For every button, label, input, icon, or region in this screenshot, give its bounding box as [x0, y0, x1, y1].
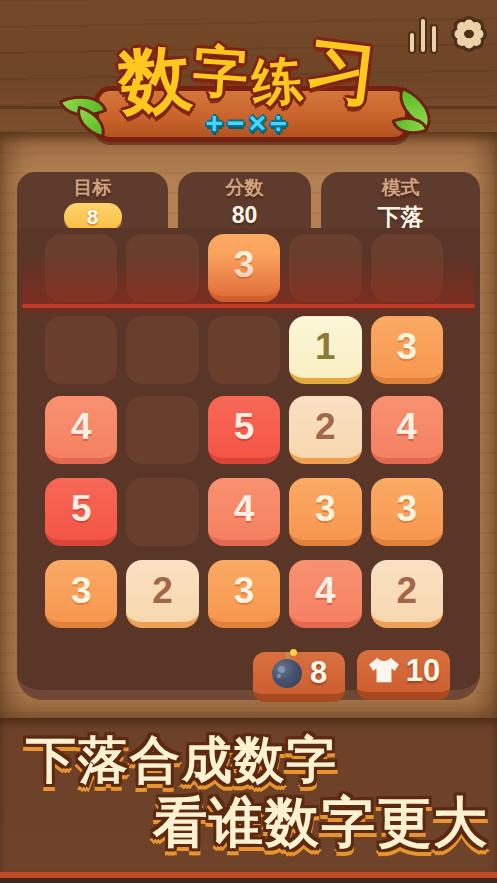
tile-4[interactable]: 4: [289, 560, 361, 628]
tile-3[interactable]: 3: [208, 234, 280, 302]
shirt-count: 10: [406, 653, 440, 689]
game-screen: 数 字 练 习 +−×÷ 目标 8 分数 80 模式 下落 3134524543…: [0, 0, 497, 883]
empty-cell: [371, 234, 443, 302]
tile-2[interactable]: 2: [126, 560, 198, 628]
empty-cell: [126, 478, 198, 546]
logo-text: 数 字 练 习: [110, 36, 386, 108]
empty-cell: [126, 396, 198, 464]
bomb-button[interactable]: 8: [253, 652, 345, 702]
tile-4[interactable]: 4: [45, 396, 117, 464]
tile-2[interactable]: 2: [371, 560, 443, 628]
empty-cell: [126, 316, 198, 384]
board-grid: 3134524543332342: [45, 234, 443, 628]
score-label: 分数: [178, 175, 311, 201]
tshirt-icon: [367, 656, 401, 684]
bottom-dark-strip: [0, 878, 497, 883]
tile-4[interactable]: 4: [371, 396, 443, 464]
logo-char-4: 习: [303, 32, 381, 110]
tile-3[interactable]: 3: [289, 478, 361, 546]
tile-4[interactable]: 4: [208, 478, 280, 546]
tile-3[interactable]: 3: [371, 478, 443, 546]
game-logo: 数 字 练 习 +−×÷: [60, 34, 436, 146]
tile-2[interactable]: 2: [289, 396, 361, 464]
tile-3[interactable]: 3: [208, 560, 280, 628]
tile-3[interactable]: 3: [371, 316, 443, 384]
slogan-line-2: 看谁数字更大: [153, 795, 489, 849]
slogan-line-1: 下落合成数字: [26, 735, 338, 785]
tile-1[interactable]: 1: [289, 316, 361, 384]
shirt-button[interactable]: 10: [357, 650, 450, 700]
empty-cell: [45, 316, 117, 384]
tile-5[interactable]: 5: [45, 478, 117, 546]
goal-label: 目标: [17, 175, 168, 201]
settings-gear-icon[interactable]: [449, 14, 489, 54]
logo-char-2: 字: [191, 43, 250, 102]
hud-tab-mode: 模式 下落: [321, 172, 480, 234]
empty-cell: [289, 234, 361, 302]
empty-cell: [45, 234, 117, 302]
empty-cell: [126, 234, 198, 302]
empty-cell: [208, 316, 280, 384]
tile-3[interactable]: 3: [45, 560, 117, 628]
score-value: 80: [178, 202, 311, 229]
tile-5[interactable]: 5: [208, 396, 280, 464]
bomb-count: 8: [310, 655, 327, 691]
logo-char-3: 练: [250, 54, 304, 108]
goal-value-pill: 8: [64, 203, 122, 230]
hud-tab-score: 分数 80: [178, 172, 311, 234]
mode-label: 模式: [321, 175, 480, 201]
logo-operators: +−×÷: [60, 108, 436, 138]
hud-tab-goal: 目标 8: [17, 172, 168, 234]
bomb-icon: [271, 653, 305, 687]
